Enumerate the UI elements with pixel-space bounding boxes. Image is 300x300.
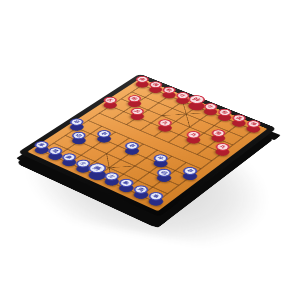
piece-character: 相 [166,88,174,92]
piece-character: 兵 [107,98,115,102]
piece-character: 俥 [250,122,258,126]
piece-character: 車 [152,194,161,199]
piece-character: 砲 [75,133,83,137]
piece-character: 炮 [131,96,139,100]
piece-character: 炮 [215,131,223,135]
piece-character: 俥 [139,77,147,81]
piece-character: 象 [65,155,73,160]
piece-character: 卒 [100,131,108,135]
piece-character: 馬 [51,149,59,154]
product-photo: 俥傌相仕帥仕相傌俥炮炮兵兵兵兵兵卒卒卒卒卒砲砲車馬象士將士象馬車 [0,0,300,300]
piece-character: 將 [92,165,103,171]
piece-character: 兵 [219,144,227,149]
piece-character: 傌 [235,116,243,120]
piece-character: 兵 [134,109,142,113]
piece-character: 卒 [157,156,165,161]
piece-character: 相 [221,110,229,114]
piece-character: 砲 [160,170,168,175]
piece-character: 仕 [179,93,187,97]
piece-character: 士 [108,174,117,179]
piece-character: 馬 [137,187,146,192]
piece-character: 傌 [152,83,160,87]
piece-character: 象 [122,180,131,185]
piece-character: 士 [79,161,87,166]
piece-character: 車 [38,142,46,147]
piece-character: 帥 [192,97,202,102]
piece-character: 兵 [190,132,198,136]
piece-character: 兵 [161,121,169,125]
piece-character: 卒 [128,143,136,148]
piece-character: 仕 [207,104,215,108]
piece-character: 卒 [73,120,81,124]
piece-character: 卒 [186,168,194,173]
